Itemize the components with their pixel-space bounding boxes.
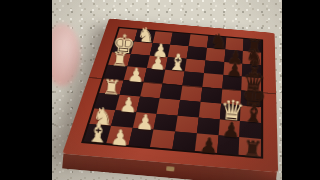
photo-canvas: ♚♜♜♞♝♞♟♟♟♟♟♟♝♛♞♟♟♟♟♜♞♝♛♚♝♜ bbox=[0, 0, 320, 180]
square-f5 bbox=[178, 100, 201, 117]
letterbox-left bbox=[0, 0, 52, 180]
black-P-glyph: ♟ bbox=[190, 133, 228, 158]
white-P-glyph: ♟ bbox=[101, 126, 139, 151]
square-h4 bbox=[150, 130, 175, 149]
board-scene: ♚♜♜♞♝♞♟♟♟♟♟♟♝♛♞♟♟♟♟♜♞♝♛♚♝♜ bbox=[45, 0, 290, 180]
board-squares: ♚♜♜♞♝♞♟♟♟♟♟♟♝♛♞♟♟♟♟♜♞♝♛♚♝♜ bbox=[81, 27, 263, 159]
square-g5 bbox=[175, 115, 198, 133]
black-R-glyph: ♜ bbox=[234, 136, 272, 162]
letterbox-right bbox=[282, 0, 320, 180]
chess-board: ♚♜♜♞♝♞♟♟♟♟♟♟♝♛♞♟♟♟♟♜♞♝♛♚♝♜ bbox=[62, 19, 278, 173]
clasp bbox=[166, 166, 174, 171]
